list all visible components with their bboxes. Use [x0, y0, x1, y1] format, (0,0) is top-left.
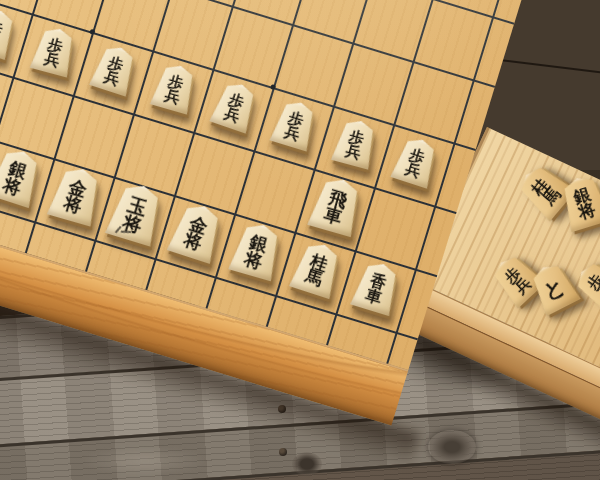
piece-kanji: 兵: [162, 88, 180, 106]
piece-kanji: 歩: [0, 18, 4, 36]
piece-kanji: 兵: [283, 124, 302, 142]
piece-kanji: 兵: [403, 161, 422, 179]
piece-kanji: 将: [61, 195, 83, 216]
wood-pale-grain: [80, 446, 210, 476]
shogi-photo-scene: 桂馬銀将歩兵と歩兵 歩兵歩兵歩兵歩兵歩兵歩兵歩兵歩兵飛車銀将金将玉将金将銀将桂馬…: [0, 0, 600, 480]
shogi-piece-knight-file2: 桂馬: [288, 238, 345, 299]
shogi-piece-pawn-file2: 歩兵: [330, 116, 380, 170]
shogi-piece-pawn-file4: 歩兵: [208, 78, 260, 134]
piece-kanji: 兵: [343, 143, 361, 161]
shogi-piece-pawn-file5: 歩兵: [149, 60, 200, 114]
shogi-piece-silver-file3: 銀将: [227, 219, 286, 282]
wood-knot-small: [292, 452, 322, 476]
nail-head: [279, 448, 287, 456]
shogi-piece-rook-file2: 飛車: [306, 173, 366, 237]
shogi-piece-king-file5: 玉将: [104, 179, 167, 247]
piece-kanji: と: [540, 276, 568, 304]
wood-knot: [428, 430, 476, 464]
piece-kanji: 兵: [42, 51, 60, 69]
shogi-piece-pawn-file7: 歩兵: [29, 24, 79, 78]
shogi-piece-pawn-file1: 歩兵: [389, 134, 441, 189]
piece-kanji: 車: [364, 287, 384, 306]
shogi-piece-gold-file4: 金将: [165, 199, 226, 264]
piece-kanji: 馬: [303, 268, 324, 289]
piece-kanji: 兵: [102, 69, 121, 87]
piece-kanji: 車: [322, 205, 344, 226]
piece-kanji: 兵: [222, 106, 241, 124]
shogi-piece-pawn-file8: 歩兵: [0, 4, 20, 60]
promotion-dot: [89, 29, 95, 35]
piece-kanji: 将: [181, 231, 203, 253]
shogi-piece-pawn-file6: 歩兵: [88, 42, 140, 97]
promotion-dot: [270, 84, 276, 90]
piece-kanji: 将: [577, 202, 598, 222]
piece-face: 歩兵: [0, 4, 20, 60]
shogi-piece-silver-file7: 銀将: [0, 145, 45, 209]
shogi-piece-lance-file1: 香車: [350, 258, 404, 316]
piece-face: 銀将: [0, 145, 45, 209]
piece-kanji: 将: [1, 176, 23, 198]
shogi-piece-gold-file6: 金将: [46, 163, 106, 227]
shogi-piece-pawn-file3: 歩兵: [269, 97, 320, 152]
piece-kanji: 将: [242, 250, 264, 271]
